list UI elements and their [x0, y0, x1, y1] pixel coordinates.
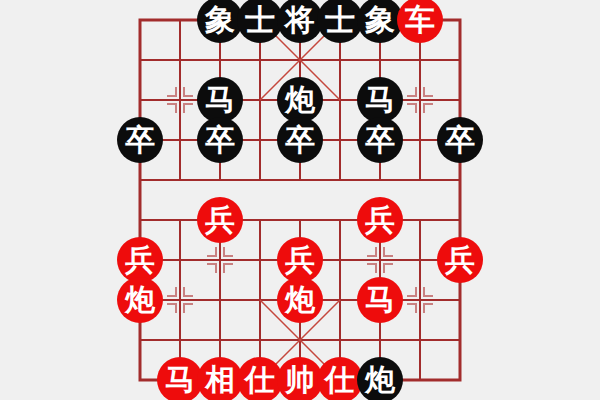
piece-black-soldier[interactable]: 卒: [277, 117, 323, 163]
piece-red-soldier[interactable]: 兵: [437, 237, 483, 283]
piece-black-soldier[interactable]: 卒: [357, 117, 403, 163]
piece-red-soldier[interactable]: 兵: [357, 197, 403, 243]
piece-black-soldier[interactable]: 卒: [437, 117, 483, 163]
piece-red-cannon[interactable]: 炮: [277, 277, 323, 323]
piece-black-soldier[interactable]: 卒: [117, 117, 163, 163]
piece-red-horse[interactable]: 马: [357, 277, 403, 323]
piece-black-soldier[interactable]: 卒: [197, 117, 243, 163]
piece-red-chariot[interactable]: 车: [397, 0, 443, 43]
piece-red-soldier[interactable]: 兵: [197, 197, 243, 243]
pieces-layer: 象士将士象车马炮马卒卒卒卒卒兵兵兵兵兵炮炮马马相仕帅仕炮: [120, 0, 480, 400]
xiangqi-board: 象士将士象车马炮马卒卒卒卒卒兵兵兵兵兵炮炮马马相仕帅仕炮: [0, 0, 600, 400]
piece-red-cannon[interactable]: 炮: [117, 277, 163, 323]
piece-black-cannon[interactable]: 炮: [357, 357, 403, 400]
